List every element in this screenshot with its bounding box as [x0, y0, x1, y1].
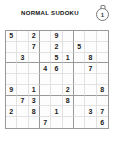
cell-r1c8[interactable] [85, 31, 96, 42]
cell-r5c7[interactable] [74, 74, 85, 85]
cell-r4c4[interactable]: 4 [40, 63, 51, 74]
cell-r4c8[interactable]: 7 [85, 63, 96, 74]
cell-r9c1[interactable] [6, 117, 17, 128]
puzzle-number-badge: 1 [96, 5, 109, 21]
cell-r1c5[interactable]: 9 [51, 31, 62, 42]
cell-r7c9[interactable] [97, 96, 108, 107]
cell-r2c8[interactable] [85, 42, 96, 53]
cell-r3c8[interactable]: 8 [85, 53, 96, 64]
cell-r9c6[interactable] [63, 117, 74, 128]
cell-r6c4[interactable] [40, 85, 51, 96]
cell-r5c5[interactable] [51, 74, 62, 85]
cell-r3c2[interactable]: 3 [17, 53, 28, 64]
cell-r5c8[interactable] [85, 74, 96, 85]
cell-r3c1[interactable] [6, 53, 17, 64]
cell-r1c1[interactable]: 5 [6, 31, 17, 42]
cell-r3c4[interactable] [40, 53, 51, 64]
cell-r6c7[interactable] [74, 85, 85, 96]
cell-r4c3[interactable] [29, 63, 40, 74]
cell-r2c7[interactable]: 5 [74, 42, 85, 53]
cell-r1c9[interactable] [97, 31, 108, 42]
cell-r8c6[interactable] [63, 106, 74, 117]
cell-r1c4[interactable] [40, 31, 51, 42]
cell-r5c2[interactable] [17, 74, 28, 85]
cell-r8c7[interactable] [74, 106, 85, 117]
cell-r1c2[interactable] [17, 31, 28, 42]
cell-r6c9[interactable]: 8 [97, 85, 108, 96]
cell-r6c2[interactable] [17, 85, 28, 96]
cell-r6c6[interactable]: 2 [63, 85, 74, 96]
cell-r8c5[interactable]: 1 [51, 106, 62, 117]
cell-r7c8[interactable] [85, 96, 96, 107]
cell-r8c9[interactable]: 7 [97, 106, 108, 117]
cell-r6c8[interactable] [85, 85, 96, 96]
cell-r7c3[interactable]: 3 [29, 96, 40, 107]
cell-r2c9[interactable] [97, 42, 108, 53]
cell-r4c7[interactable] [74, 63, 85, 74]
cell-r7c1[interactable] [6, 96, 17, 107]
cell-r4c6[interactable] [63, 63, 74, 74]
cell-r7c6[interactable]: 8 [63, 96, 74, 107]
cell-r1c3[interactable]: 2 [29, 31, 40, 42]
cell-r4c2[interactable] [17, 63, 28, 74]
cell-r9c7[interactable] [74, 117, 85, 128]
cell-r6c3[interactable]: 1 [29, 85, 40, 96]
cell-r7c5[interactable] [51, 96, 62, 107]
cell-r9c8[interactable] [85, 117, 96, 128]
cell-r3c7[interactable] [74, 53, 85, 64]
cell-r1c6[interactable] [63, 31, 74, 42]
cell-r7c2[interactable]: 7 [17, 96, 28, 107]
cell-r5c4[interactable] [40, 74, 51, 85]
cell-r2c1[interactable] [6, 42, 17, 53]
cell-r2c3[interactable]: 7 [29, 42, 40, 53]
cell-r4c1[interactable] [6, 63, 17, 74]
cell-r7c7[interactable] [74, 96, 85, 107]
page-title: NORMAL SUDOKU [0, 10, 100, 16]
cell-r8c3[interactable]: 8 [29, 106, 40, 117]
cell-r9c9[interactable]: 6 [97, 117, 108, 128]
cell-r1c7[interactable] [74, 31, 85, 42]
cell-r6c5[interactable] [51, 85, 62, 96]
cell-r8c8[interactable]: 3 [85, 106, 96, 117]
cell-r8c1[interactable]: 2 [6, 106, 17, 117]
cell-r3c6[interactable]: 1 [63, 53, 74, 64]
cell-r4c5[interactable]: 6 [51, 63, 62, 74]
cell-r7c4[interactable] [40, 96, 51, 107]
cell-r9c2[interactable] [17, 117, 28, 128]
cell-r5c9[interactable] [97, 74, 108, 85]
cell-r5c6[interactable] [63, 74, 74, 85]
puzzle-number: 1 [96, 8, 109, 21]
cell-r2c2[interactable] [17, 42, 28, 53]
cell-r8c4[interactable] [40, 106, 51, 117]
cell-r3c3[interactable] [29, 53, 40, 64]
sudoku-grid: 529725351846791287382813776 [5, 30, 109, 129]
cell-r5c3[interactable] [29, 74, 40, 85]
cell-r5c1[interactable] [6, 74, 17, 85]
cell-r2c4[interactable] [40, 42, 51, 53]
cell-r9c5[interactable] [51, 117, 62, 128]
cell-r9c3[interactable] [29, 117, 40, 128]
cell-r3c9[interactable] [97, 53, 108, 64]
cell-r3c5[interactable]: 5 [51, 53, 62, 64]
cell-r6c1[interactable]: 9 [6, 85, 17, 96]
cell-r2c5[interactable]: 2 [51, 42, 62, 53]
cell-r2c6[interactable] [63, 42, 74, 53]
cell-r4c9[interactable] [97, 63, 108, 74]
cell-r9c4[interactable]: 7 [40, 117, 51, 128]
cell-r8c2[interactable] [17, 106, 28, 117]
